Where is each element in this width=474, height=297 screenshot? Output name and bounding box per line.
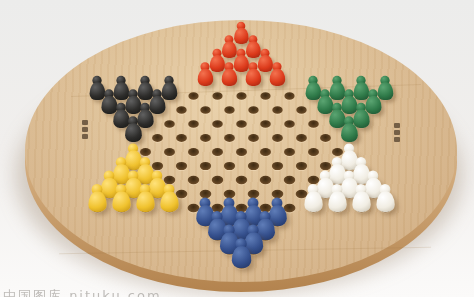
peg-red[interactable]	[269, 62, 285, 86]
board-hole[interactable]	[235, 148, 246, 156]
peg-green[interactable]	[340, 116, 358, 142]
board-hole[interactable]	[224, 106, 234, 114]
board-hole[interactable]	[296, 106, 306, 114]
peg-yellow[interactable]	[159, 184, 178, 212]
board-hole[interactable]	[224, 134, 235, 142]
peg-body	[231, 246, 251, 268]
board-hole[interactable]	[259, 148, 270, 156]
board-hole[interactable]	[200, 106, 210, 114]
peg-white[interactable]	[327, 184, 346, 212]
board-hole[interactable]	[320, 134, 331, 142]
peg-body	[245, 69, 261, 86]
board-hole[interactable]	[272, 134, 283, 142]
board-hole[interactable]	[283, 148, 294, 156]
peg-body	[88, 192, 106, 212]
board-cells-layer	[25, 20, 457, 282]
board-hole[interactable]	[199, 162, 210, 170]
board-hole[interactable]	[295, 162, 306, 170]
peg-body	[376, 192, 394, 212]
peg-body	[328, 192, 346, 212]
board-hole[interactable]	[212, 92, 222, 99]
board-hole[interactable]	[296, 134, 307, 142]
photo-backdrop: 中国图库 nituku.com	[0, 0, 474, 297]
board-hole[interactable]	[212, 120, 223, 128]
board-hole[interactable]	[211, 148, 222, 156]
peg-red[interactable]	[197, 62, 213, 86]
board-hole[interactable]	[152, 134, 163, 142]
peg-yellow[interactable]	[87, 184, 106, 212]
board-hole[interactable]	[248, 106, 258, 114]
board-hole[interactable]	[284, 92, 294, 99]
peg-body	[136, 192, 154, 212]
board-stamp-left	[82, 120, 88, 139]
board-hole[interactable]	[260, 120, 271, 128]
board-hole[interactable]	[200, 134, 211, 142]
board-hole[interactable]	[236, 120, 247, 128]
peg-body	[352, 192, 370, 212]
board-hole[interactable]	[283, 176, 294, 184]
board-hole[interactable]	[260, 92, 270, 99]
board-hole[interactable]	[223, 162, 234, 170]
board-hole[interactable]	[187, 148, 198, 156]
board-hole[interactable]	[175, 162, 186, 170]
board-hole[interactable]	[248, 134, 259, 142]
board-hole[interactable]	[271, 162, 282, 170]
peg-black[interactable]	[124, 116, 142, 142]
peg-blue[interactable]	[231, 238, 252, 268]
peg-red[interactable]	[245, 62, 261, 86]
board-hole[interactable]	[164, 120, 175, 128]
peg-red[interactable]	[221, 62, 237, 86]
board-hole[interactable]	[259, 176, 270, 184]
peg-body	[304, 192, 322, 212]
board-hole[interactable]	[176, 134, 187, 142]
board-hole[interactable]	[247, 162, 258, 170]
peg-body	[197, 69, 213, 86]
peg-yellow[interactable]	[111, 184, 130, 212]
board-hole[interactable]	[272, 106, 282, 114]
peg-body	[160, 192, 178, 212]
peg-body	[269, 69, 285, 86]
watermark-text: 中国图库 nituku.com	[3, 287, 162, 297]
board-hole[interactable]	[188, 92, 198, 99]
board-hole[interactable]	[187, 176, 198, 184]
peg-body	[341, 123, 358, 142]
board-stamp-right	[394, 123, 400, 142]
board-hole[interactable]	[163, 148, 174, 156]
board-hole[interactable]	[176, 106, 186, 114]
peg-white[interactable]	[303, 184, 322, 212]
board-hole[interactable]	[235, 176, 246, 184]
board-hole[interactable]	[307, 148, 318, 156]
board-hole[interactable]	[308, 120, 319, 128]
peg-yellow[interactable]	[135, 184, 154, 212]
peg-body	[112, 192, 130, 212]
peg-body	[221, 69, 237, 86]
board-hole[interactable]	[211, 176, 222, 184]
peg-white[interactable]	[351, 184, 370, 212]
board-hole[interactable]	[284, 120, 295, 128]
peg-body	[125, 123, 142, 142]
board-hole[interactable]	[236, 92, 246, 99]
board-hole[interactable]	[188, 120, 199, 128]
chinese-checkers-board	[25, 20, 457, 282]
peg-white[interactable]	[375, 184, 394, 212]
